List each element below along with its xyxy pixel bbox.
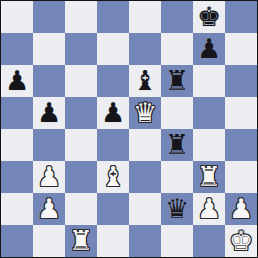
square-a3[interactable]	[1, 161, 33, 193]
square-g7[interactable]: ♟	[193, 33, 225, 65]
square-f5[interactable]	[161, 97, 193, 129]
square-a4[interactable]	[1, 129, 33, 161]
square-c8[interactable]	[65, 1, 97, 33]
square-g6[interactable]	[193, 65, 225, 97]
square-b1[interactable]	[33, 225, 65, 257]
white-pawn[interactable]: ♟	[33, 161, 65, 193]
square-a8[interactable]	[1, 1, 33, 33]
square-e5[interactable]: ♛	[129, 97, 161, 129]
square-g5[interactable]	[193, 97, 225, 129]
black-pawn[interactable]: ♟	[33, 97, 65, 129]
square-e7[interactable]	[129, 33, 161, 65]
black-king[interactable]: ♚	[193, 1, 225, 33]
square-g3[interactable]: ♜	[193, 161, 225, 193]
square-b7[interactable]	[33, 33, 65, 65]
square-b4[interactable]	[33, 129, 65, 161]
square-d3[interactable]: ♝	[97, 161, 129, 193]
square-h2[interactable]: ♟	[225, 193, 257, 225]
square-a5[interactable]	[1, 97, 33, 129]
square-c6[interactable]	[65, 65, 97, 97]
square-b2[interactable]: ♟	[33, 193, 65, 225]
square-h4[interactable]	[225, 129, 257, 161]
square-f6[interactable]: ♜	[161, 65, 193, 97]
white-pawn[interactable]: ♟	[225, 193, 257, 225]
black-rook[interactable]: ♜	[161, 65, 193, 97]
square-g4[interactable]	[193, 129, 225, 161]
square-g8[interactable]: ♚	[193, 1, 225, 33]
black-pawn[interactable]: ♟	[193, 33, 225, 65]
square-f4[interactable]: ♜	[161, 129, 193, 161]
square-g2[interactable]: ♟	[193, 193, 225, 225]
black-pawn[interactable]: ♟	[1, 65, 33, 97]
square-h6[interactable]	[225, 65, 257, 97]
square-b5[interactable]: ♟	[33, 97, 65, 129]
white-bishop[interactable]: ♝	[97, 161, 129, 193]
square-h1[interactable]: ♚	[225, 225, 257, 257]
square-f2[interactable]: ♛	[161, 193, 193, 225]
white-rook[interactable]: ♜	[193, 161, 225, 193]
square-g1[interactable]	[193, 225, 225, 257]
square-d4[interactable]	[97, 129, 129, 161]
white-pawn[interactable]: ♟	[33, 193, 65, 225]
square-d5[interactable]: ♟	[97, 97, 129, 129]
black-queen[interactable]: ♛	[161, 193, 193, 225]
square-f3[interactable]	[161, 161, 193, 193]
square-h7[interactable]	[225, 33, 257, 65]
square-f1[interactable]	[161, 225, 193, 257]
square-a1[interactable]	[1, 225, 33, 257]
square-d7[interactable]	[97, 33, 129, 65]
square-e6[interactable]: ♝	[129, 65, 161, 97]
square-h3[interactable]	[225, 161, 257, 193]
square-c4[interactable]	[65, 129, 97, 161]
square-a6[interactable]: ♟	[1, 65, 33, 97]
square-f7[interactable]	[161, 33, 193, 65]
square-e8[interactable]	[129, 1, 161, 33]
square-b6[interactable]	[33, 65, 65, 97]
square-a7[interactable]	[1, 33, 33, 65]
square-c2[interactable]	[65, 193, 97, 225]
white-pawn[interactable]: ♟	[193, 193, 225, 225]
square-e2[interactable]	[129, 193, 161, 225]
square-e4[interactable]	[129, 129, 161, 161]
square-e3[interactable]	[129, 161, 161, 193]
square-c3[interactable]	[65, 161, 97, 193]
square-f8[interactable]	[161, 1, 193, 33]
square-d2[interactable]	[97, 193, 129, 225]
square-c7[interactable]	[65, 33, 97, 65]
square-b8[interactable]	[33, 1, 65, 33]
square-c5[interactable]	[65, 97, 97, 129]
chess-diagram: ♚♟♟♝♜♟♟♛♜♟♝♜♟♛♟♟♜♚	[0, 0, 258, 258]
white-rook[interactable]: ♜	[65, 225, 97, 257]
square-d1[interactable]	[97, 225, 129, 257]
square-b3[interactable]: ♟	[33, 161, 65, 193]
square-c1[interactable]: ♜	[65, 225, 97, 257]
black-pawn[interactable]: ♟	[97, 97, 129, 129]
square-d8[interactable]	[97, 1, 129, 33]
square-h5[interactable]	[225, 97, 257, 129]
black-bishop[interactable]: ♝	[129, 65, 161, 97]
square-e1[interactable]	[129, 225, 161, 257]
square-h8[interactable]	[225, 1, 257, 33]
white-queen[interactable]: ♛	[129, 97, 161, 129]
chess-board: ♚♟♟♝♜♟♟♛♜♟♝♜♟♛♟♟♜♚	[0, 0, 258, 258]
square-a2[interactable]	[1, 193, 33, 225]
white-king[interactable]: ♚	[225, 225, 257, 257]
black-rook[interactable]: ♜	[161, 129, 193, 161]
square-d6[interactable]	[97, 65, 129, 97]
